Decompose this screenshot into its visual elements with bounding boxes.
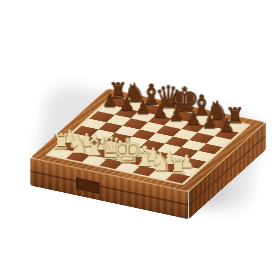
chess-set-photo: ♜♞♝♛♚♝♞♜♟♟♟♟♟♟♟♟♟♟♟♟♟♟♟♟♜♞♝♛♚♝♞♜ xyxy=(0,0,280,280)
black-king: ♚ xyxy=(163,82,207,116)
square-a6 xyxy=(90,111,115,122)
photo-background: ♜♞♝♛♚♝♞♜♟♟♟♟♟♟♟♟♟♟♟♟♟♟♟♟♜♞♝♛♚♝♞♜ xyxy=(0,0,280,280)
square-c7: ♟ xyxy=(131,111,156,122)
square-f8: ♝ xyxy=(189,114,214,125)
square-a5 xyxy=(81,118,106,129)
square-f6 xyxy=(173,129,198,140)
square-h7: ♟ xyxy=(214,129,239,140)
square-a7: ♟ xyxy=(98,104,123,115)
square-b4 xyxy=(90,129,115,140)
black-knight: ♞ xyxy=(196,97,240,123)
square-a4 xyxy=(73,126,98,137)
square-c6 xyxy=(123,118,148,129)
finger-joint xyxy=(76,177,99,194)
square-h6 xyxy=(206,136,231,147)
white-pawn: ♟ xyxy=(48,128,92,146)
square-b7: ♟ xyxy=(114,107,139,118)
square-c5 xyxy=(115,126,140,137)
square-f7: ♟ xyxy=(181,122,206,133)
square-b5 xyxy=(98,122,123,133)
square-b8: ♞ xyxy=(122,100,147,111)
square-b6 xyxy=(106,115,131,126)
black-pawn: ♟ xyxy=(204,116,248,134)
black-pawn: ♟ xyxy=(138,102,182,120)
square-e8: ♚ xyxy=(172,111,197,122)
black-pawn: ♟ xyxy=(188,113,232,131)
square-h5 xyxy=(198,143,223,154)
black-pawn: ♟ xyxy=(105,95,149,113)
black-pawn: ♟ xyxy=(88,91,132,109)
square-g7: ♟ xyxy=(197,125,222,136)
black-pawn: ♟ xyxy=(155,106,199,124)
square-e6 xyxy=(156,125,181,136)
black-rook: ♜ xyxy=(96,80,140,102)
square-d7: ♟ xyxy=(148,115,173,126)
square-a8: ♜ xyxy=(106,97,131,108)
black-queen: ♛ xyxy=(146,82,190,113)
square-e7: ♟ xyxy=(164,118,189,129)
square-g8: ♞ xyxy=(206,118,231,129)
square-h8: ♜ xyxy=(222,122,247,133)
black-pawn: ♟ xyxy=(171,109,215,127)
black-bishop: ♝ xyxy=(179,92,223,120)
black-knight: ♞ xyxy=(113,80,157,106)
square-d8: ♛ xyxy=(156,107,181,118)
square-c8: ♝ xyxy=(139,104,164,115)
square-d5 xyxy=(131,129,156,140)
black-rook: ♜ xyxy=(213,105,257,127)
square-d6 xyxy=(139,122,164,133)
black-bishop: ♝ xyxy=(129,81,173,109)
black-pawn: ♟ xyxy=(121,98,165,116)
folding-chess-box: ♜♞♝♛♚♝♞♜♟♟♟♟♟♟♟♟♟♟♟♟♟♟♟♟♜♞♝♛♚♝♞♜ xyxy=(30,88,265,191)
